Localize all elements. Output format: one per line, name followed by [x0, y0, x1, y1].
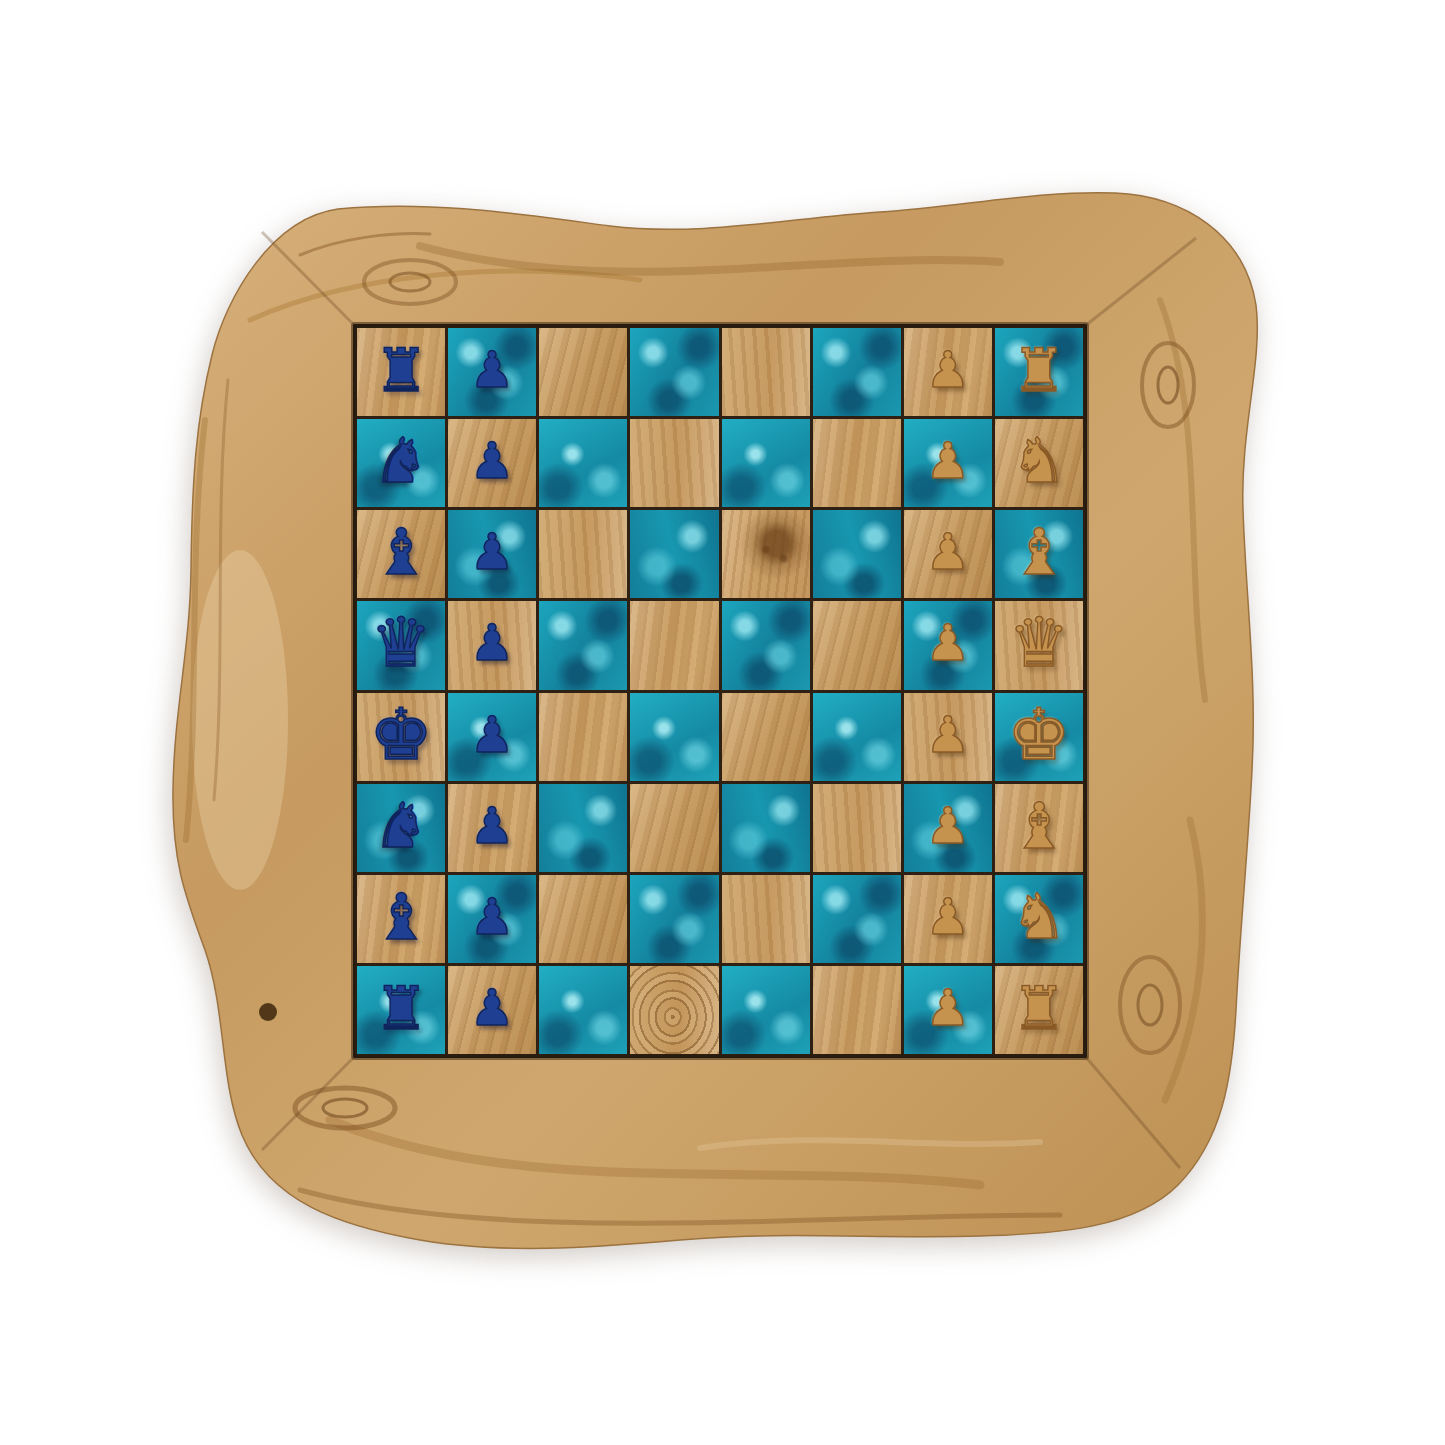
square-r4c1[interactable]: ♛ — [357, 601, 445, 689]
square-r3c8[interactable]: ♝ — [995, 510, 1083, 598]
square-r6c1[interactable]: ♞ — [357, 784, 445, 872]
square-r3c7[interactable]: ♟ — [904, 510, 992, 598]
square-r1c4[interactable] — [630, 328, 718, 416]
square-r1c7[interactable]: ♟ — [904, 328, 992, 416]
square-r3c5[interactable] — [722, 510, 810, 598]
piece-wood-knight[interactable]: ♞ — [1011, 430, 1067, 492]
square-r7c5[interactable] — [722, 875, 810, 963]
piece-blue-bishop[interactable]: ♝ — [372, 885, 429, 949]
piece-wood-pawn[interactable]: ♟ — [925, 618, 970, 668]
square-r2c2[interactable]: ♟ — [448, 419, 536, 507]
piece-blue-king[interactable]: ♚ — [369, 699, 433, 770]
piece-wood-queen[interactable]: ♛ — [1008, 609, 1069, 677]
piece-blue-knight[interactable]: ♞ — [373, 430, 429, 492]
piece-blue-rook[interactable]: ♜ — [374, 340, 428, 400]
piece-wood-king[interactable]: ♚ — [1007, 699, 1071, 770]
piece-wood-bishop[interactable]: ♝ — [1010, 520, 1067, 584]
square-r8c7[interactable]: ♟ — [904, 966, 992, 1054]
square-r8c2[interactable]: ♟ — [448, 966, 536, 1054]
square-r4c4[interactable] — [630, 601, 718, 689]
piece-wood-pawn[interactable]: ♟ — [925, 345, 970, 395]
square-r6c2[interactable]: ♟ — [448, 784, 536, 872]
piece-wood-pawn[interactable]: ♟ — [925, 710, 970, 760]
square-r6c8[interactable]: ♝ — [995, 784, 1083, 872]
square-r5c6[interactable] — [813, 693, 901, 781]
piece-blue-rook[interactable]: ♜ — [374, 978, 428, 1038]
square-r3c6[interactable] — [813, 510, 901, 598]
square-r5c8[interactable]: ♚ — [995, 693, 1083, 781]
square-r6c5[interactable] — [722, 784, 810, 872]
square-r8c1[interactable]: ♜ — [357, 966, 445, 1054]
square-r2c6[interactable] — [813, 419, 901, 507]
square-r6c7[interactable]: ♟ — [904, 784, 992, 872]
square-r7c8[interactable]: ♞ — [995, 875, 1083, 963]
square-r8c5[interactable] — [722, 966, 810, 1054]
piece-wood-bishop[interactable]: ♝ — [1010, 794, 1067, 858]
piece-wood-pawn[interactable]: ♟ — [925, 436, 970, 486]
piece-blue-pawn[interactable]: ♟ — [470, 527, 515, 577]
square-r5c1[interactable]: ♚ — [357, 693, 445, 781]
square-r2c8[interactable]: ♞ — [995, 419, 1083, 507]
piece-wood-rook[interactable]: ♜ — [1012, 978, 1066, 1038]
piece-wood-knight[interactable]: ♞ — [1011, 886, 1067, 948]
square-r2c4[interactable] — [630, 419, 718, 507]
square-r5c2[interactable]: ♟ — [448, 693, 536, 781]
square-r2c7[interactable]: ♟ — [904, 419, 992, 507]
square-r5c3[interactable] — [539, 693, 627, 781]
square-r5c4[interactable] — [630, 693, 718, 781]
square-r2c5[interactable] — [722, 419, 810, 507]
piece-blue-pawn[interactable]: ♟ — [470, 436, 515, 486]
square-r4c2[interactable]: ♟ — [448, 601, 536, 689]
square-r5c7[interactable]: ♟ — [904, 693, 992, 781]
chess-board: ♜♟♟♜♞♟♟♞♝♟♟♝♛♟♟♛♚♟♟♚♞♟♟♝♝♟♟♞♜♟♟♜ — [353, 324, 1087, 1058]
square-r3c4[interactable] — [630, 510, 718, 598]
piece-blue-pawn[interactable]: ♟ — [470, 618, 515, 668]
piece-blue-knight[interactable]: ♞ — [373, 795, 429, 857]
square-r7c2[interactable]: ♟ — [448, 875, 536, 963]
square-r4c8[interactable]: ♛ — [995, 601, 1083, 689]
piece-wood-rook[interactable]: ♜ — [1012, 340, 1066, 400]
square-r4c6[interactable] — [813, 601, 901, 689]
square-r6c6[interactable] — [813, 784, 901, 872]
square-r5c5[interactable] — [722, 693, 810, 781]
piece-wood-pawn[interactable]: ♟ — [925, 527, 970, 577]
square-r3c1[interactable]: ♝ — [357, 510, 445, 598]
square-r1c3[interactable] — [539, 328, 627, 416]
square-r3c2[interactable]: ♟ — [448, 510, 536, 598]
square-r3c3[interactable] — [539, 510, 627, 598]
square-r2c3[interactable] — [539, 419, 627, 507]
square-r6c3[interactable] — [539, 784, 627, 872]
piece-wood-pawn[interactable]: ♟ — [925, 892, 970, 942]
square-r1c2[interactable]: ♟ — [448, 328, 536, 416]
square-r2c1[interactable]: ♞ — [357, 419, 445, 507]
piece-blue-pawn[interactable]: ♟ — [470, 892, 515, 942]
square-r7c4[interactable] — [630, 875, 718, 963]
piece-blue-pawn[interactable]: ♟ — [470, 801, 515, 851]
square-r1c8[interactable]: ♜ — [995, 328, 1083, 416]
piece-blue-pawn[interactable]: ♟ — [470, 710, 515, 760]
square-r4c7[interactable]: ♟ — [904, 601, 992, 689]
square-r6c4[interactable] — [630, 784, 718, 872]
square-r4c3[interactable] — [539, 601, 627, 689]
square-r4c5[interactable] — [722, 601, 810, 689]
square-r1c1[interactable]: ♜ — [357, 328, 445, 416]
piece-blue-bishop[interactable]: ♝ — [372, 520, 429, 584]
piece-wood-pawn[interactable]: ♟ — [925, 801, 970, 851]
photo-canvas: ♜♟♟♜♞♟♟♞♝♟♟♝♛♟♟♛♚♟♟♚♞♟♟♝♝♟♟♞♜♟♟♜ — [0, 0, 1445, 1445]
square-r1c5[interactable] — [722, 328, 810, 416]
square-r8c8[interactable]: ♜ — [995, 966, 1083, 1054]
piece-blue-queen[interactable]: ♛ — [371, 609, 432, 677]
square-r7c1[interactable]: ♝ — [357, 875, 445, 963]
square-r7c3[interactable] — [539, 875, 627, 963]
square-r7c6[interactable] — [813, 875, 901, 963]
piece-blue-pawn[interactable]: ♟ — [470, 345, 515, 395]
square-r7c7[interactable]: ♟ — [904, 875, 992, 963]
square-r1c6[interactable] — [813, 328, 901, 416]
square-r8c4[interactable] — [630, 966, 718, 1054]
piece-wood-pawn[interactable]: ♟ — [925, 983, 970, 1033]
square-r8c6[interactable] — [813, 966, 901, 1054]
square-r8c3[interactable] — [539, 966, 627, 1054]
piece-blue-pawn[interactable]: ♟ — [470, 983, 515, 1033]
